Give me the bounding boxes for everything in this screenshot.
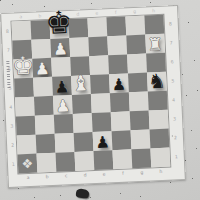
square-c8[interactable]: ♚	[49, 19, 69, 39]
coord-label: a	[19, 176, 38, 181]
board-logo-emblem: ❖	[21, 157, 33, 171]
square-b3[interactable]	[35, 115, 55, 135]
mat-speckles	[0, 13, 1, 14]
square-e4[interactable]	[91, 93, 111, 113]
coord-label: 3	[171, 109, 179, 128]
square-e5[interactable]	[90, 74, 110, 94]
coord-label: 8	[4, 22, 12, 41]
coord-label: 4	[7, 98, 15, 117]
square-g2[interactable]	[131, 129, 151, 149]
coord-label: f	[113, 171, 132, 176]
square-h1[interactable]	[150, 148, 170, 168]
square-f8[interactable]	[106, 16, 126, 36]
coord-label: c	[57, 174, 76, 179]
square-c1[interactable]	[56, 152, 76, 172]
coord-label: 1	[172, 147, 180, 166]
square-g4[interactable]	[129, 92, 149, 112]
square-f6[interactable]	[108, 54, 128, 74]
coord-label: 8	[166, 14, 174, 33]
square-b4[interactable]	[34, 96, 54, 116]
coord-label: h	[144, 9, 163, 14]
coord-label: 3	[8, 117, 16, 136]
black-pawn-e2[interactable]: ♟	[95, 134, 110, 151]
square-e6[interactable]	[89, 55, 109, 75]
square-e8[interactable]	[87, 17, 107, 37]
black-knight-h5[interactable]: ♞	[147, 71, 166, 92]
brand-text	[6, 61, 10, 89]
square-d2[interactable]	[74, 132, 94, 152]
square-g7[interactable]	[126, 35, 146, 55]
square-c6[interactable]	[51, 57, 71, 77]
square-h5[interactable]: ♞	[147, 72, 167, 92]
square-e7[interactable]	[88, 36, 108, 56]
square-f2[interactable]	[112, 130, 132, 150]
photo-canvas: abcdefgh abcdefgh 87654321 87654321 ♚♟♜♚…	[0, 0, 200, 200]
square-c3[interactable]	[54, 114, 74, 134]
square-a6[interactable]: ♚	[13, 59, 33, 79]
square-a5[interactable]	[14, 78, 34, 98]
white-bishop-d5[interactable]: ♝	[71, 73, 91, 95]
square-f1[interactable]	[112, 149, 132, 169]
square-g5[interactable]	[128, 73, 148, 93]
white-king-a6[interactable]: ♚	[12, 54, 35, 79]
square-a1[interactable]: ❖	[18, 154, 38, 174]
square-h4[interactable]	[148, 91, 168, 111]
square-d3[interactable]	[73, 113, 93, 133]
coord-label: a	[11, 15, 30, 20]
square-e2[interactable]: ♟	[93, 131, 113, 151]
coord-label: e	[87, 11, 106, 16]
coord-label: h	[151, 170, 170, 175]
white-pawn-c7[interactable]: ♟	[53, 41, 68, 58]
square-f4[interactable]	[110, 92, 130, 112]
square-h7[interactable]: ♜	[145, 34, 165, 54]
black-pawn-c5[interactable]: ♟	[55, 79, 70, 96]
square-b2[interactable]	[36, 134, 56, 154]
square-g3[interactable]	[130, 110, 150, 130]
square-b6[interactable]: ♟	[32, 58, 52, 78]
square-c7[interactable]: ♟	[50, 38, 70, 58]
coord-label: 6	[168, 52, 176, 71]
coord-label: 1	[10, 155, 18, 174]
board-grid: ♚♟♜♚♟♟♝♟♞♟♟❖	[12, 15, 171, 174]
coord-label: g	[132, 170, 151, 175]
coord-label: d	[75, 173, 94, 178]
square-a8[interactable]	[12, 21, 32, 41]
square-e1[interactable]	[93, 150, 113, 170]
black-pawn-f5[interactable]: ♟	[111, 76, 126, 93]
white-rook-h7[interactable]: ♜	[147, 36, 163, 54]
coord-label: 7	[167, 33, 175, 52]
square-d5[interactable]: ♝	[71, 75, 91, 95]
white-pawn-c4[interactable]: ♟	[55, 98, 70, 115]
coord-label: 5	[169, 71, 177, 90]
coord-label: 2	[172, 128, 180, 147]
square-d7[interactable]	[69, 37, 89, 57]
off-board-piece	[75, 188, 89, 199]
square-f7[interactable]	[107, 35, 127, 55]
square-b1[interactable]	[37, 153, 57, 173]
coord-label: b	[38, 175, 57, 180]
square-h2[interactable]	[150, 129, 170, 149]
square-b7[interactable]	[31, 39, 51, 59]
coord-label: 4	[170, 90, 178, 109]
coord-label: f	[106, 10, 125, 15]
square-c2[interactable]	[55, 133, 75, 153]
square-a2[interactable]	[17, 135, 37, 155]
coord-label: g	[125, 10, 144, 15]
square-g6[interactable]	[127, 54, 147, 74]
square-c5[interactable]: ♟	[52, 76, 72, 96]
square-a3[interactable]	[16, 116, 36, 136]
square-g1[interactable]	[131, 148, 151, 168]
square-h8[interactable]	[144, 15, 164, 35]
square-g8[interactable]	[125, 16, 145, 36]
square-f3[interactable]	[111, 111, 131, 131]
coord-label: e	[94, 172, 113, 177]
square-f5[interactable]: ♟	[109, 73, 129, 93]
table-speckles	[0, 0, 1, 1]
square-d4[interactable]	[72, 94, 92, 114]
square-d8[interactable]	[68, 18, 88, 38]
square-c4[interactable]: ♟	[53, 95, 73, 115]
square-e3[interactable]	[92, 112, 112, 132]
square-a4[interactable]	[15, 97, 35, 117]
chess-mat: abcdefgh abcdefgh 87654321 87654321 ♚♟♜♚…	[0, 5, 186, 188]
coord-label: 2	[9, 136, 17, 155]
white-pawn-b6[interactable]: ♟	[35, 61, 50, 78]
square-h3[interactable]	[149, 110, 169, 130]
square-d1[interactable]	[74, 151, 94, 171]
square-b5[interactable]	[33, 77, 53, 97]
